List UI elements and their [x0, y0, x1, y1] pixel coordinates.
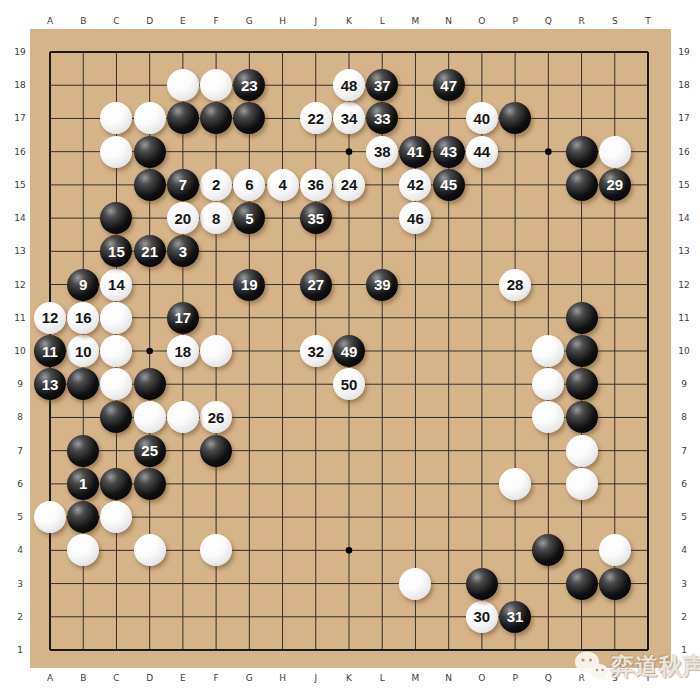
stone-E18	[167, 69, 199, 101]
stone-R16	[566, 136, 598, 168]
stone-A10: 11	[34, 335, 66, 367]
stone-move-number: 37	[374, 78, 391, 93]
stone-move-number: 8	[212, 211, 220, 226]
row-label-left-10: 10	[14, 347, 25, 356]
stone-Q8	[532, 401, 564, 433]
stone-R6	[566, 468, 598, 500]
stone-move-number: 20	[175, 211, 192, 226]
stone-D7: 25	[134, 435, 166, 467]
go-diagram: ABCDEFGHJKLMNOPQRST ABCDEFGHJKLMNOPQRST …	[0, 0, 700, 700]
column-label-bottom-K: K	[346, 674, 352, 683]
column-label-bottom-O: O	[478, 674, 485, 683]
stone-C17	[100, 102, 132, 134]
row-label-left-12: 12	[14, 280, 25, 289]
stone-S3	[599, 568, 631, 600]
column-label-bottom-F: F	[214, 674, 219, 683]
column-label-bottom-J: J	[314, 674, 317, 683]
row-label-left-14: 14	[14, 214, 25, 223]
stone-O16: 44	[466, 136, 498, 168]
stone-move-number: 22	[307, 111, 324, 126]
column-label-bottom-P: P	[512, 674, 517, 683]
stone-F4	[200, 534, 232, 566]
stone-move-number: 47	[440, 78, 457, 93]
column-label-bottom-E: E	[180, 674, 186, 683]
row-label-left-1: 1	[17, 646, 23, 655]
stone-move-number: 7	[179, 177, 187, 192]
stone-L16: 38	[366, 136, 398, 168]
stone-move-number: 12	[42, 310, 59, 325]
row-label-left-7: 7	[17, 446, 23, 455]
row-label-left-16: 16	[14, 147, 25, 156]
row-label-right-17: 17	[678, 114, 689, 123]
stone-R10	[566, 335, 598, 367]
stone-S4	[599, 534, 631, 566]
stone-move-number: 31	[507, 609, 524, 624]
stone-R9	[566, 368, 598, 400]
stone-B5	[67, 501, 99, 533]
column-label-top-K: K	[346, 17, 352, 26]
stone-move-number: 9	[79, 277, 87, 292]
row-label-left-15: 15	[14, 180, 25, 189]
stone-J12: 27	[300, 269, 332, 301]
row-label-right-18: 18	[678, 81, 689, 90]
stone-M16: 41	[399, 136, 431, 168]
row-label-right-2: 2	[681, 612, 687, 621]
row-label-left-11: 11	[14, 313, 25, 322]
stone-M14: 46	[399, 202, 431, 234]
stone-move-number: 43	[440, 144, 457, 159]
stone-R7	[566, 435, 598, 467]
stone-move-number: 41	[407, 144, 424, 159]
stone-D9	[134, 368, 166, 400]
stone-move-number: 4	[278, 177, 286, 192]
column-label-top-D: D	[146, 17, 153, 26]
stone-move-number: 50	[341, 377, 358, 392]
stone-move-number: 16	[75, 310, 92, 325]
column-label-bottom-G: G	[246, 674, 253, 683]
column-label-bottom-C: C	[113, 674, 119, 683]
column-label-bottom-Q: Q	[545, 674, 552, 683]
stone-move-number: 39	[374, 277, 391, 292]
stone-R15	[566, 169, 598, 201]
row-label-right-11: 11	[678, 313, 689, 322]
row-label-right-12: 12	[678, 280, 689, 289]
stone-move-number: 46	[407, 211, 424, 226]
row-label-left-2: 2	[17, 612, 23, 621]
star-point-D10	[146, 348, 153, 355]
stone-move-number: 24	[341, 177, 358, 192]
stone-move-number: 30	[474, 609, 491, 624]
column-label-top-O: O	[478, 17, 485, 26]
stone-N15: 45	[433, 169, 465, 201]
stone-B4	[67, 534, 99, 566]
row-label-left-18: 18	[14, 81, 25, 90]
stone-move-number: 19	[241, 277, 258, 292]
stone-K15: 24	[333, 169, 365, 201]
stone-L18: 37	[366, 69, 398, 101]
stone-move-number: 44	[474, 144, 491, 159]
stone-K10: 49	[333, 335, 365, 367]
stone-move-number: 26	[208, 410, 225, 425]
stone-C8	[100, 401, 132, 433]
stone-C9	[100, 368, 132, 400]
row-label-right-6: 6	[681, 479, 687, 488]
stone-R11	[566, 302, 598, 334]
star-point-K4	[346, 547, 353, 554]
column-label-top-R: R	[578, 17, 584, 26]
stone-P2: 31	[499, 601, 531, 633]
stone-F8: 26	[200, 401, 232, 433]
stone-move-number: 32	[307, 344, 324, 359]
row-label-right-10: 10	[678, 347, 689, 356]
stone-D16	[134, 136, 166, 168]
stone-D6	[134, 468, 166, 500]
stone-E17	[167, 102, 199, 134]
wechat-icon	[574, 650, 608, 682]
stone-M15: 42	[399, 169, 431, 201]
star-point-K16	[346, 148, 353, 155]
column-label-top-E: E	[180, 17, 186, 26]
stone-move-number: 2	[212, 177, 220, 192]
column-label-top-S: S	[612, 17, 618, 26]
stone-C12: 14	[100, 269, 132, 301]
row-label-left-4: 4	[17, 546, 23, 555]
stone-E13: 3	[167, 235, 199, 267]
stone-F18	[200, 69, 232, 101]
column-label-top-C: C	[113, 17, 119, 26]
row-label-right-16: 16	[678, 147, 689, 156]
stone-G17	[233, 102, 265, 134]
column-label-top-Q: Q	[545, 17, 552, 26]
stone-D15	[134, 169, 166, 201]
row-label-left-19: 19	[14, 48, 25, 57]
stone-C6	[100, 468, 132, 500]
stone-O17: 40	[466, 102, 498, 134]
row-label-right-15: 15	[678, 180, 689, 189]
stone-J17: 22	[300, 102, 332, 134]
stone-Q9	[532, 368, 564, 400]
stone-move-number: 23	[241, 78, 258, 93]
stone-S16	[599, 136, 631, 168]
star-point-Q16	[545, 148, 552, 155]
stone-B7	[67, 435, 99, 467]
stone-B12: 9	[67, 269, 99, 301]
stone-K17: 34	[333, 102, 365, 134]
row-label-right-9: 9	[681, 380, 687, 389]
stone-move-number: 29	[606, 177, 623, 192]
row-label-left-5: 5	[17, 513, 23, 522]
stone-R8	[566, 401, 598, 433]
stone-C16	[100, 136, 132, 168]
stone-move-number: 27	[307, 277, 324, 292]
stone-Q4	[532, 534, 564, 566]
column-label-top-L: L	[380, 17, 385, 26]
stone-C11	[100, 302, 132, 334]
stone-R3	[566, 568, 598, 600]
row-label-right-7: 7	[681, 446, 687, 455]
stone-move-number: 21	[141, 244, 158, 259]
stone-D13: 21	[134, 235, 166, 267]
stone-J14: 35	[300, 202, 332, 234]
column-label-bottom-B: B	[80, 674, 86, 683]
stone-P17	[499, 102, 531, 134]
stone-D8	[134, 401, 166, 433]
stone-A11: 12	[34, 302, 66, 334]
stone-F10	[200, 335, 232, 367]
stone-Q10	[532, 335, 564, 367]
column-label-bottom-M: M	[412, 674, 420, 683]
stone-C14	[100, 202, 132, 234]
column-label-top-P: P	[512, 17, 517, 26]
stone-C5	[100, 501, 132, 533]
stone-E15: 7	[167, 169, 199, 201]
stone-move-number: 11	[42, 344, 58, 359]
stone-N16: 43	[433, 136, 465, 168]
stone-O3	[466, 568, 498, 600]
stone-G15: 6	[233, 169, 265, 201]
stone-D4	[134, 534, 166, 566]
stone-L17: 33	[366, 102, 398, 134]
stone-L12: 39	[366, 269, 398, 301]
column-label-top-F: F	[214, 17, 219, 26]
stone-move-number: 17	[175, 310, 192, 325]
stone-C10	[100, 335, 132, 367]
row-label-right-8: 8	[681, 413, 687, 422]
stone-move-number: 48	[341, 78, 358, 93]
stone-K9: 50	[333, 368, 365, 400]
stone-move-number: 34	[341, 111, 358, 126]
stone-move-number: 33	[374, 111, 391, 126]
stone-move-number: 13	[42, 377, 59, 392]
column-label-top-M: M	[412, 17, 420, 26]
stone-move-number: 36	[307, 177, 324, 192]
stone-M3	[399, 568, 431, 600]
stone-move-number: 3	[179, 244, 187, 259]
stone-B6: 1	[67, 468, 99, 500]
stone-move-number: 42	[407, 177, 424, 192]
column-label-top-T: T	[645, 17, 651, 26]
column-label-top-J: J	[314, 17, 317, 26]
row-label-left-13: 13	[14, 247, 25, 256]
row-label-right-3: 3	[681, 579, 687, 588]
column-label-bottom-H: H	[279, 674, 286, 683]
stone-H15: 4	[267, 169, 299, 201]
row-label-left-3: 3	[17, 579, 23, 588]
column-label-top-B: B	[80, 17, 86, 26]
stone-J15: 36	[300, 169, 332, 201]
row-label-right-5: 5	[681, 513, 687, 522]
row-label-right-13: 13	[678, 247, 689, 256]
watermark-text: 弈道秋声	[611, 651, 700, 682]
stone-E10: 18	[167, 335, 199, 367]
stone-move-number: 5	[245, 211, 253, 226]
stone-P12: 28	[499, 269, 531, 301]
stone-move-number: 49	[341, 344, 358, 359]
stone-F7	[200, 435, 232, 467]
stone-F14: 8	[200, 202, 232, 234]
stone-move-number: 38	[374, 144, 391, 159]
row-label-right-4: 4	[681, 546, 687, 555]
stone-move-number: 1	[79, 476, 87, 491]
stone-move-number: 35	[307, 211, 324, 226]
stone-A9: 13	[34, 368, 66, 400]
stone-A5	[34, 501, 66, 533]
stone-K18: 48	[333, 69, 365, 101]
column-label-bottom-A: A	[47, 674, 53, 683]
stone-O2: 30	[466, 601, 498, 633]
row-label-right-19: 19	[678, 48, 689, 57]
stone-move-number: 28	[507, 277, 524, 292]
stone-G14: 5	[233, 202, 265, 234]
stone-move-number: 25	[141, 443, 158, 458]
stone-move-number: 45	[440, 177, 457, 192]
stone-B10: 10	[67, 335, 99, 367]
stone-move-number: 10	[75, 344, 92, 359]
column-label-top-A: A	[47, 17, 53, 26]
stone-G18: 23	[233, 69, 265, 101]
stone-N18: 47	[433, 69, 465, 101]
stone-J10: 32	[300, 335, 332, 367]
stone-E8	[167, 401, 199, 433]
stone-B11: 16	[67, 302, 99, 334]
column-label-top-H: H	[279, 17, 286, 26]
stone-F17	[200, 102, 232, 134]
stone-move-number: 6	[245, 177, 253, 192]
row-label-left-8: 8	[17, 413, 23, 422]
stone-move-number: 14	[108, 277, 125, 292]
column-label-bottom-N: N	[445, 674, 452, 683]
stone-move-number: 15	[108, 244, 125, 259]
stone-E11: 17	[167, 302, 199, 334]
row-label-left-17: 17	[14, 114, 25, 123]
column-label-bottom-L: L	[380, 674, 385, 683]
row-label-left-6: 6	[17, 479, 23, 488]
stone-E14: 20	[167, 202, 199, 234]
stone-B9	[67, 368, 99, 400]
column-label-top-G: G	[246, 17, 253, 26]
stone-move-number: 18	[175, 344, 192, 359]
row-label-right-14: 14	[678, 214, 689, 223]
stone-F15: 2	[200, 169, 232, 201]
column-label-top-N: N	[445, 17, 452, 26]
stone-S15: 29	[599, 169, 631, 201]
stone-P6	[499, 468, 531, 500]
stone-move-number: 40	[474, 111, 491, 126]
stone-D17	[134, 102, 166, 134]
watermark: 弈道秋声	[574, 650, 700, 682]
stone-G12: 19	[233, 269, 265, 301]
column-label-bottom-D: D	[146, 674, 153, 683]
row-label-left-9: 9	[17, 380, 23, 389]
stone-C13: 15	[100, 235, 132, 267]
